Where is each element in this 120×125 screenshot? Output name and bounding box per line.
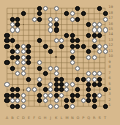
row-label: 8 <box>109 66 111 70</box>
row-label: 17 <box>109 17 113 21</box>
row-label: 15 <box>109 28 113 32</box>
column-label: M <box>65 117 68 121</box>
column-label: Q <box>87 117 90 121</box>
black-stone[interactable] <box>59 77 64 82</box>
column-label: R <box>93 117 95 121</box>
column-label: G <box>38 117 41 121</box>
white-stone[interactable] <box>92 71 97 76</box>
black-stone[interactable] <box>43 71 48 76</box>
white-stone[interactable] <box>103 44 108 49</box>
column-label: N <box>71 117 74 121</box>
black-stone[interactable] <box>70 44 75 49</box>
black-stone[interactable] <box>92 33 97 38</box>
row-label: 13 <box>109 39 113 43</box>
white-stone[interactable] <box>54 17 59 22</box>
row-label: 11 <box>109 50 113 54</box>
white-stone[interactable] <box>92 55 97 60</box>
row-label: 10 <box>109 56 113 60</box>
black-stone[interactable] <box>54 27 59 32</box>
column-label: A <box>6 117 8 121</box>
go-board: ABCDEFGHJKLMNOPQRST 19181716151413121110… <box>0 0 120 125</box>
black-stone[interactable] <box>54 22 59 27</box>
black-stone[interactable] <box>43 44 48 49</box>
white-stone[interactable] <box>54 104 59 109</box>
black-stone[interactable] <box>59 82 64 87</box>
white-stone[interactable] <box>21 104 26 109</box>
column-label: E <box>28 117 30 121</box>
row-label: 1 <box>109 105 111 109</box>
white-stone[interactable] <box>103 17 108 22</box>
black-stone[interactable] <box>103 104 108 109</box>
row-label: 9 <box>109 61 111 65</box>
white-stone[interactable] <box>48 27 53 32</box>
white-stone[interactable] <box>103 49 108 54</box>
white-stone[interactable] <box>10 27 15 32</box>
white-stone[interactable] <box>54 6 59 11</box>
black-stone[interactable] <box>59 44 64 49</box>
white-stone[interactable] <box>59 93 64 98</box>
black-stone[interactable] <box>4 33 9 38</box>
white-stone[interactable] <box>21 44 26 49</box>
white-stone[interactable] <box>21 66 26 71</box>
black-stone[interactable] <box>10 55 15 60</box>
row-label: 18 <box>109 12 113 16</box>
black-stone[interactable] <box>97 6 102 11</box>
black-stone[interactable] <box>54 82 59 87</box>
white-stone[interactable] <box>37 77 42 82</box>
white-stone[interactable] <box>97 27 102 32</box>
black-stone[interactable] <box>81 11 86 16</box>
white-stone[interactable] <box>54 71 59 76</box>
black-stone[interactable] <box>4 44 9 49</box>
white-stone[interactable] <box>86 77 91 82</box>
black-stone[interactable] <box>26 77 31 82</box>
black-stone[interactable] <box>4 60 9 65</box>
black-stone[interactable] <box>81 44 86 49</box>
hoshi-point <box>23 89 25 91</box>
white-stone[interactable] <box>48 104 53 109</box>
column-label: F <box>33 117 35 121</box>
black-stone[interactable] <box>70 33 75 38</box>
black-stone[interactable] <box>97 77 102 82</box>
row-label: 14 <box>109 34 113 38</box>
black-stone[interactable] <box>10 104 15 109</box>
white-stone[interactable] <box>92 27 97 32</box>
white-stone[interactable] <box>70 17 75 22</box>
white-stone[interactable] <box>48 66 53 71</box>
white-stone[interactable] <box>21 55 26 60</box>
black-stone[interactable] <box>10 17 15 22</box>
row-label: 6 <box>109 77 111 81</box>
white-stone[interactable] <box>70 104 75 109</box>
white-stone[interactable] <box>21 71 26 76</box>
row-label: 3 <box>109 94 111 98</box>
black-stone[interactable] <box>37 6 42 11</box>
black-stone[interactable] <box>92 44 97 49</box>
black-stone[interactable] <box>10 66 15 71</box>
row-label: 16 <box>109 23 113 27</box>
white-stone[interactable] <box>48 17 53 22</box>
white-stone[interactable] <box>43 6 48 11</box>
column-label: D <box>22 117 25 121</box>
white-stone[interactable] <box>43 93 48 98</box>
black-stone[interactable] <box>54 77 59 82</box>
row-label: 7 <box>109 72 111 76</box>
hoshi-point <box>55 56 57 58</box>
black-stone[interactable] <box>10 93 15 98</box>
white-stone[interactable] <box>103 27 108 32</box>
column-label: L <box>61 117 63 121</box>
row-label: 5 <box>109 83 111 87</box>
white-stone[interactable] <box>92 22 97 27</box>
black-stone[interactable] <box>103 11 108 16</box>
black-stone[interactable] <box>70 55 75 60</box>
column-label: H <box>44 117 47 121</box>
column-label: J <box>50 117 51 121</box>
column-label: C <box>17 117 19 121</box>
white-stone[interactable] <box>32 17 37 22</box>
white-stone[interactable] <box>21 93 26 98</box>
white-stone[interactable] <box>4 82 9 87</box>
black-stone[interactable] <box>37 17 42 22</box>
white-stone[interactable] <box>54 66 59 71</box>
black-stone[interactable] <box>54 93 59 98</box>
black-stone[interactable] <box>92 93 97 98</box>
black-stone[interactable] <box>4 98 9 103</box>
row-label: 4 <box>109 88 111 92</box>
white-stone[interactable] <box>92 77 97 82</box>
column-label: O <box>76 117 79 121</box>
column-label: S <box>99 117 101 121</box>
column-label: B <box>11 117 13 121</box>
black-stone[interactable] <box>81 77 86 82</box>
black-stone[interactable] <box>92 82 97 87</box>
row-label: 19 <box>109 6 113 10</box>
column-label: T <box>104 117 106 121</box>
column-label: P <box>82 117 84 121</box>
row-label: 12 <box>109 45 113 49</box>
black-stone[interactable] <box>92 104 97 109</box>
black-stone[interactable] <box>37 66 42 71</box>
row-label: 2 <box>109 99 111 103</box>
column-label: K <box>55 117 57 121</box>
black-stone[interactable] <box>4 93 9 98</box>
white-stone[interactable] <box>70 82 75 87</box>
black-stone[interactable] <box>70 93 75 98</box>
